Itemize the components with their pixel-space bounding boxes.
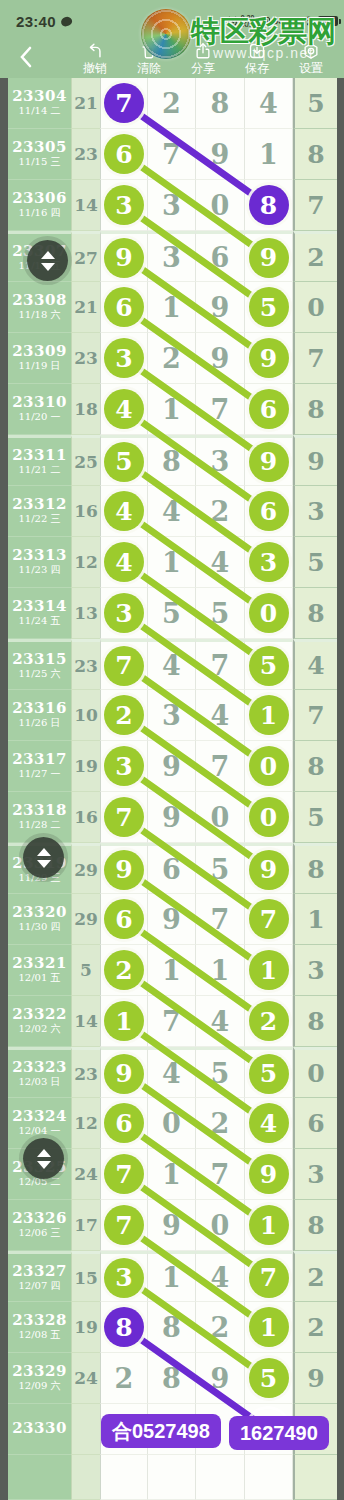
back-button[interactable] xyxy=(0,36,52,78)
share-button[interactable]: 分享 xyxy=(178,37,228,78)
issue-number: 23311 xyxy=(12,448,67,464)
digit-circle-green[interactable]: 5 xyxy=(249,646,289,686)
issue-number: 23321 xyxy=(12,956,67,972)
digit-cell[interactable]: 7 xyxy=(148,996,196,1047)
digit-cell[interactable]: 4 xyxy=(196,1251,245,1302)
digit-cell[interactable]: 6 xyxy=(245,384,293,435)
digit-cell[interactable]: 7 xyxy=(245,894,293,945)
draw-date: 11/26 日 xyxy=(19,718,61,729)
digit-cell[interactable]: 4 xyxy=(245,78,293,129)
digit-cell[interactable]: 4 xyxy=(196,537,245,588)
digit-cell[interactable]: 4 xyxy=(148,486,196,537)
digit-circle-green[interactable]: 5 xyxy=(104,442,144,482)
trash-icon xyxy=(140,42,158,60)
digit-cell[interactable]: 3 xyxy=(100,333,148,384)
draw-date: 11/23 四 xyxy=(19,565,61,576)
digit-cell[interactable]: 3 xyxy=(196,435,245,486)
digit-circle-green[interactable]: 9 xyxy=(104,850,144,890)
digit-circle-green[interactable]: 9 xyxy=(249,338,289,378)
digit-cell[interactable]: 9 xyxy=(148,741,196,792)
digit-circle-green[interactable]: 9 xyxy=(249,442,289,482)
digit-circle-green[interactable]: 1 xyxy=(249,1307,289,1347)
chart-row: 2331311/23 四1241435 xyxy=(8,537,337,588)
digit-cell[interactable]: 4 xyxy=(148,639,196,690)
sum-cell: 13 xyxy=(71,588,100,639)
sum-cell: 29 xyxy=(71,843,100,894)
draw-date: 12/09 六 xyxy=(19,1381,61,1392)
digit-cell[interactable]: 1 xyxy=(148,384,196,435)
digit-cell[interactable]: 9 xyxy=(196,1353,245,1404)
digit-cell[interactable]: 0 xyxy=(148,1098,196,1149)
issue-cell: 2332011/30 四 xyxy=(8,894,71,945)
digit-cell[interactable]: 1 xyxy=(196,945,245,996)
digit-cell[interactable]: 3 xyxy=(148,180,196,231)
digit-cell[interactable]: 1 xyxy=(245,690,293,741)
digit-cell[interactable]: 1 xyxy=(148,1149,196,1200)
digit-cell[interactable]: 9 xyxy=(245,843,293,894)
issue-cell: 2332312/03 日 xyxy=(8,1047,71,1098)
issue-number: 23323 xyxy=(12,1060,67,1076)
digit-cell[interactable]: 1 xyxy=(148,1251,196,1302)
scroll-up-icon xyxy=(41,251,55,259)
digit-circle-green[interactable]: 0 xyxy=(249,593,289,633)
issue-number: 23324 xyxy=(12,1109,67,1125)
issue-number: 23318 xyxy=(12,803,67,819)
issue-number: 23314 xyxy=(12,599,67,615)
chart-row: 2331111/21 二2558399 xyxy=(8,435,337,486)
digit-cell[interactable]: 0 xyxy=(245,741,293,792)
digit-cell[interactable]: 7 xyxy=(196,1149,245,1200)
extra-digit-cell: 2 xyxy=(293,231,337,282)
issue-cell: 2331211/22 三 xyxy=(8,486,71,537)
digit-cell[interactable]: 5 xyxy=(245,1047,293,1098)
digit-cell[interactable]: 4 xyxy=(196,690,245,741)
net-speed: 0.20 K/s xyxy=(241,14,255,29)
digit-cell[interactable]: 2 xyxy=(100,1353,148,1404)
digit-cell[interactable]: 2 xyxy=(148,78,196,129)
digit-cell[interactable]: 3 xyxy=(148,690,196,741)
digit-cell[interactable]: 1 xyxy=(245,1302,293,1353)
chart-row: 2332312/03 日2394550 xyxy=(8,1047,337,1098)
extra-digit-cell: 7 xyxy=(293,180,337,231)
digit-cell[interactable]: 0 xyxy=(196,1200,245,1251)
extra-digit-cell: 2 xyxy=(293,1302,337,1353)
chart-grid: 2330411/14 二21728452330511/15 三236791823… xyxy=(8,78,337,1500)
issue-cell: 2332212/02 六 xyxy=(8,996,71,1047)
digit-circle-green[interactable]: 4 xyxy=(104,491,144,531)
digit-circle-green[interactable]: 7 xyxy=(104,1205,144,1245)
issue-cell: 2332112/01 五 xyxy=(8,945,71,996)
extra-digit-cell: 6 xyxy=(293,1098,337,1149)
sum-cell: 16 xyxy=(71,792,100,843)
digit-circle-green[interactable]: 3 xyxy=(104,185,144,225)
digit-circle-green[interactable]: 7 xyxy=(249,1258,289,1298)
digit-cell[interactable]: 6 xyxy=(148,843,196,894)
chart-row: 2330811/18 六2161950 xyxy=(8,282,337,333)
digit-cell[interactable]: 9 xyxy=(100,231,148,282)
sum-cell: 24 xyxy=(71,1149,100,1200)
digit-circle-green[interactable]: 7 xyxy=(104,797,144,837)
digit-circle-green[interactable]: 3 xyxy=(249,542,289,582)
digit-cell[interactable]: 9 xyxy=(148,1200,196,1251)
chart-row: 2331611/26 日1023417 xyxy=(8,690,337,741)
digit-cell[interactable]: 8 xyxy=(148,435,196,486)
extra-digit-cell: 4 xyxy=(293,639,337,690)
draw-date: 12/08 五 xyxy=(19,1330,61,1341)
digit-cell[interactable]: 3 xyxy=(100,180,148,231)
issue-number: 23327 xyxy=(12,1264,67,1280)
chart-row: 2332812/08 五1988212 xyxy=(8,1302,337,1353)
digit-circle-green[interactable]: 5 xyxy=(249,1054,289,1094)
wifi-icon xyxy=(302,16,315,26)
scroll-down-icon xyxy=(37,860,51,868)
undo-label: 撤销 xyxy=(83,62,107,74)
digit-cell[interactable]: 7 xyxy=(148,129,196,180)
digit-cell[interactable]: 9 xyxy=(245,435,293,486)
digit-cell[interactable]: 5 xyxy=(196,843,245,894)
digit-cell[interactable]: 8 xyxy=(196,78,245,129)
digit-cell[interactable]: 9 xyxy=(148,894,196,945)
save-button[interactable]: 保存 xyxy=(232,37,282,78)
digit-cell[interactable]: 1 xyxy=(100,996,148,1047)
extra-digit-cell: 2 xyxy=(293,1251,337,1302)
draw-date: 11/14 二 xyxy=(19,106,61,117)
issue-number: 23305 xyxy=(12,140,67,156)
issue-cell: 2332812/08 五 xyxy=(8,1302,71,1353)
digit-circle-green[interactable]: 6 xyxy=(249,389,289,429)
digit-cell[interactable]: 2 xyxy=(245,996,293,1047)
issue-cell: 2331111/21 二 xyxy=(8,435,71,486)
digit-cell[interactable]: 6 xyxy=(100,282,148,333)
issue-number: 23309 xyxy=(12,344,67,360)
digit-cell[interactable]: 9 xyxy=(196,129,245,180)
digit-circle-green[interactable]: 2 xyxy=(104,950,144,990)
sum-cell: 15 xyxy=(71,1251,100,1302)
digit-cell[interactable]: 0 xyxy=(196,792,245,843)
sum-cell: 27 xyxy=(71,231,100,282)
settings-label: 设置 xyxy=(299,62,323,74)
scroll-up-down-button[interactable] xyxy=(23,837,64,878)
scroll-up-down-button[interactable] xyxy=(27,240,68,281)
digit-cell[interactable]: 5 xyxy=(196,588,245,639)
issue-cell: 2332712/07 四 xyxy=(8,1251,71,1302)
digit-cell[interactable]: 3 xyxy=(245,537,293,588)
issue-cell: 2331311/23 四 xyxy=(8,537,71,588)
digit-cell[interactable]: 2 xyxy=(100,945,148,996)
digit-cell[interactable]: 2 xyxy=(196,1302,245,1353)
issue-number: 23326 xyxy=(12,1211,67,1227)
extra-digit-cell: 9 xyxy=(293,435,337,486)
draw-date: 12/04 一 xyxy=(19,1126,61,1137)
digit-cell[interactable] xyxy=(196,1455,245,1500)
issue-number: 23329 xyxy=(12,1364,67,1380)
draw-date: 11/22 三 xyxy=(19,514,61,525)
draw-date: 11/20 一 xyxy=(19,412,61,423)
draw-date: 12/03 日 xyxy=(19,1077,61,1088)
extra-digit-cell: 8 xyxy=(293,384,337,435)
extra-digit-cell: 8 xyxy=(293,588,337,639)
chart-row: 2331011/20 一1841768 xyxy=(8,384,337,435)
digit-cell[interactable]: 9 xyxy=(245,333,293,384)
sum-cell: 12 xyxy=(71,537,100,588)
digit-circle-green[interactable]: 7 xyxy=(104,646,144,686)
draw-date: 11/25 六 xyxy=(19,669,61,680)
digit-circle-green[interactable]: 6 xyxy=(249,491,289,531)
sum-cell: 18 xyxy=(71,384,100,435)
silent-mode-icon xyxy=(60,15,73,27)
digit-circle-green[interactable]: 7 xyxy=(104,1154,144,1194)
extra-digit-cell: 3 xyxy=(293,945,337,996)
digit-cell[interactable]: 6 xyxy=(100,1098,148,1149)
digit-circle-purple[interactable]: 8 xyxy=(104,1307,144,1347)
chart-row: 2330411/14 二2172845 xyxy=(8,78,337,129)
issue-cell: 2331811/28 二 xyxy=(8,792,71,843)
extra-digit-cell: 8 xyxy=(293,129,337,180)
extra-digit-cell: 7 xyxy=(293,333,337,384)
extra-digit-cell: 0 xyxy=(293,1047,337,1098)
issue-number: 23317 xyxy=(12,752,67,768)
digit-cell[interactable]: 0 xyxy=(196,180,245,231)
digit-cell[interactable]: 4 xyxy=(100,537,148,588)
digit-cell[interactable]: 7 xyxy=(196,639,245,690)
chart-row: 2330511/15 三2367918 xyxy=(8,129,337,180)
digit-circle-green[interactable]: 6 xyxy=(104,287,144,327)
digit-cell[interactable]: 9 xyxy=(245,231,293,282)
scroll-up-down-button[interactable] xyxy=(23,1138,64,1179)
digit-cell[interactable]: 9 xyxy=(148,792,196,843)
digit-circle-green[interactable]: 1 xyxy=(104,1001,144,1041)
draw-date: 11/27 一 xyxy=(19,769,61,780)
digit-cell[interactable]: 1 xyxy=(148,537,196,588)
digit-cell[interactable]: 8 xyxy=(148,1302,196,1353)
digit-cell[interactable]: 6 xyxy=(100,129,148,180)
digit-cell[interactable]: 6 xyxy=(245,486,293,537)
status-left: 23:40 xyxy=(16,13,72,30)
digit-cell[interactable]: 9 xyxy=(245,1149,293,1200)
sum-cell: 19 xyxy=(71,741,100,792)
digit-circle-purple[interactable]: 7 xyxy=(104,83,144,123)
extra-digit-cell: 5 xyxy=(293,78,337,129)
digit-cell[interactable]: 3 xyxy=(100,741,148,792)
extra-digit-cell: 9 xyxy=(293,1353,337,1404)
extra-digit-cell: 7 xyxy=(293,690,337,741)
issue-number: 23312 xyxy=(12,497,67,513)
issue-number: 23328 xyxy=(12,1313,67,1329)
extra-digit-cell: 5 xyxy=(293,792,337,843)
digit-cell[interactable]: 9 xyxy=(196,333,245,384)
undo-button[interactable]: 撤销 xyxy=(70,37,120,78)
sum-cell: 10 xyxy=(71,690,100,741)
scroll-up-icon xyxy=(37,848,51,856)
digit-circle-green[interactable]: 0 xyxy=(249,746,289,786)
issue-number: 23330 xyxy=(12,1421,67,1437)
sum-cell: 19 xyxy=(71,1302,100,1353)
digit-circle-green[interactable]: 9 xyxy=(249,850,289,890)
digit-cell[interactable]: 5 xyxy=(245,639,293,690)
trend-chart: 2330411/14 二21728452330511/15 三236791823… xyxy=(0,78,344,1500)
annotation-tag-left[interactable]: 合0527498 xyxy=(101,1414,221,1448)
issue-cell: 23330 xyxy=(8,1404,71,1455)
issue-cell: 2330611/16 四 xyxy=(8,180,71,231)
digit-circle-green[interactable]: 2 xyxy=(249,1001,289,1041)
status-right: 0.20 K/s HD 5G xyxy=(227,14,338,29)
digit-cell[interactable]: 3 xyxy=(148,231,196,282)
digit-cell[interactable]: 8 xyxy=(148,1353,196,1404)
extra-digit-cell: 0 xyxy=(293,282,337,333)
digit-circle-green[interactable]: 4 xyxy=(104,542,144,582)
chart-row: 2332612/06 三1779018 xyxy=(8,1200,337,1251)
digit-cell[interactable]: 9 xyxy=(196,282,245,333)
extra-digit-cell: 3 xyxy=(293,1149,337,1200)
extra-digit-cell: 3 xyxy=(293,486,337,537)
digit-circle-green[interactable]: 9 xyxy=(249,238,289,278)
digit-cell[interactable]: 7 xyxy=(100,1149,148,1200)
digit-circle-green[interactable]: 6 xyxy=(104,134,144,174)
chart-row: 2332212/02 六1417428 xyxy=(8,996,337,1047)
digit-cell[interactable]: 7 xyxy=(100,1200,148,1251)
chart-row: 2332112/01 五521113 xyxy=(8,945,337,996)
scroll-down-icon xyxy=(41,263,55,271)
digit-circle-green[interactable]: 9 xyxy=(249,1154,289,1194)
digit-cell[interactable]: 2 xyxy=(196,486,245,537)
issue-cell xyxy=(8,1455,71,1500)
draw-date: 12/07 四 xyxy=(19,1281,61,1292)
digit-cell[interactable]: 0 xyxy=(245,588,293,639)
chart-row: 2330611/16 四1433087 xyxy=(8,180,337,231)
digit-cell[interactable]: 1 xyxy=(148,282,196,333)
clear-button[interactable]: 清除 xyxy=(124,37,174,78)
draw-date: 11/19 日 xyxy=(19,361,61,372)
issue-cell: 2331511/25 六 xyxy=(8,639,71,690)
draw-date: 11/18 六 xyxy=(19,310,61,321)
digit-circle-green[interactable]: 1 xyxy=(249,950,289,990)
digit-circle-green[interactable]: 2 xyxy=(104,695,144,735)
issue-number: 23315 xyxy=(12,652,67,668)
digit-cell[interactable]: 8 xyxy=(100,1302,148,1353)
issue-cell: 2332912/09 六 xyxy=(8,1353,71,1404)
digit-circle-green[interactable]: 9 xyxy=(104,238,144,278)
digit-cell[interactable]: 7 xyxy=(100,78,148,129)
sum-cell: 14 xyxy=(71,180,100,231)
digit-cell[interactable]: 1 xyxy=(148,945,196,996)
digit-cell[interactable]: 2 xyxy=(100,690,148,741)
digit-cell[interactable]: 2 xyxy=(148,333,196,384)
signal-icon xyxy=(288,17,299,26)
digit-circle-green[interactable]: 4 xyxy=(104,389,144,429)
draw-date: 11/15 三 xyxy=(19,157,61,168)
digit-cell[interactable]: 9 xyxy=(100,843,148,894)
settings-button[interactable]: 设置 xyxy=(286,37,336,78)
digit-circle-green[interactable]: 3 xyxy=(104,746,144,786)
digit-cell[interactable]: 7 xyxy=(196,384,245,435)
digit-circle-green[interactable]: 6 xyxy=(104,899,144,939)
sum-cell xyxy=(71,1404,100,1455)
digit-cell[interactable]: 4 xyxy=(245,1098,293,1149)
digit-cell[interactable]: 5 xyxy=(245,1353,293,1404)
digit-cell[interactable]: 6 xyxy=(196,231,245,282)
volte-icon: HD xyxy=(257,17,270,26)
status-time: 23:40 xyxy=(16,13,56,30)
digit-circle-green[interactable]: 6 xyxy=(104,1103,144,1143)
digit-cell[interactable]: 4 xyxy=(100,486,148,537)
digit-cell[interactable]: 8 xyxy=(245,180,293,231)
issue-number: 23304 xyxy=(12,89,67,105)
digit-cell[interactable]: 5 xyxy=(148,588,196,639)
digit-circle-green[interactable]: 3 xyxy=(104,593,144,633)
sum-cell: 23 xyxy=(71,639,100,690)
digit-cell[interactable]: 7 xyxy=(196,894,245,945)
annotation-tag-right[interactable]: 1627490 xyxy=(229,1416,329,1450)
digit-cell[interactable]: 0 xyxy=(245,792,293,843)
issue-number: 23320 xyxy=(12,905,67,921)
digit-circle-green[interactable]: 7 xyxy=(249,899,289,939)
sum-cell: 5 xyxy=(71,945,100,996)
digit-circle-green[interactable]: 1 xyxy=(249,1205,289,1245)
save-label: 保存 xyxy=(245,62,269,74)
digit-cell[interactable]: 3 xyxy=(100,588,148,639)
digit-cell[interactable]: 4 xyxy=(100,384,148,435)
digit-circle-purple[interactable]: 8 xyxy=(249,185,289,225)
status-bar: 23:40 0.20 K/s HD 5G xyxy=(0,0,344,36)
digit-circle-green[interactable]: 3 xyxy=(104,1258,144,1298)
digit-cell[interactable]: 5 xyxy=(245,282,293,333)
digit-circle-green[interactable]: 3 xyxy=(104,338,144,378)
digit-cell[interactable]: 5 xyxy=(196,1047,245,1098)
issue-number: 23313 xyxy=(12,548,67,564)
draw-date: 12/02 六 xyxy=(19,1024,61,1035)
sum-cell xyxy=(71,1455,100,1500)
digit-cell[interactable]: 5 xyxy=(100,435,148,486)
issue-number: 23308 xyxy=(12,293,67,309)
chart-row: 2331511/25 六2374754 xyxy=(8,639,337,690)
issue-cell: 2332612/06 三 xyxy=(8,1200,71,1251)
digit-cell[interactable]: 1 xyxy=(245,1200,293,1251)
digit-cell[interactable]: 7 xyxy=(100,639,148,690)
draw-date: 11/21 二 xyxy=(19,465,61,476)
digit-cell[interactable] xyxy=(100,1455,148,1500)
digit-cell[interactable]: 7 xyxy=(100,792,148,843)
digit-cell[interactable]: 4 xyxy=(148,1047,196,1098)
scroll-down-icon xyxy=(37,1161,51,1169)
issue-cell: 2330511/15 三 xyxy=(8,129,71,180)
digit-cell[interactable]: 4 xyxy=(196,996,245,1047)
digit-cell[interactable] xyxy=(245,1455,293,1500)
digit-circle-green[interactable]: 0 xyxy=(249,797,289,837)
digit-circle-green[interactable]: 9 xyxy=(104,1054,144,1094)
digit-cell[interactable]: 1 xyxy=(245,129,293,180)
issue-cell: 2330411/14 二 xyxy=(8,78,71,129)
sum-cell: 29 xyxy=(71,894,100,945)
digit-cell[interactable]: 6 xyxy=(100,894,148,945)
digit-cell[interactable]: 2 xyxy=(196,1098,245,1149)
share-label: 分享 xyxy=(191,62,215,74)
digit-cell[interactable]: 3 xyxy=(100,1251,148,1302)
undo-icon xyxy=(86,42,104,60)
digit-cell[interactable]: 7 xyxy=(245,1251,293,1302)
digit-cell[interactable] xyxy=(148,1455,196,1500)
digit-circle-green[interactable]: 4 xyxy=(249,1103,289,1143)
draw-date: 11/24 五 xyxy=(19,616,61,627)
digit-circle-green[interactable]: 5 xyxy=(249,287,289,327)
digit-cell[interactable]: 1 xyxy=(245,945,293,996)
toolbar: 撤销 清除 分享 保存 xyxy=(0,36,344,78)
digit-circle-green[interactable]: 1 xyxy=(249,695,289,735)
issue-number: 23322 xyxy=(12,1007,67,1023)
extra-digit-cell xyxy=(293,1455,337,1500)
digit-cell[interactable]: 9 xyxy=(100,1047,148,1098)
digit-circle-green[interactable]: 5 xyxy=(249,1358,289,1398)
digit-cell[interactable]: 7 xyxy=(196,741,245,792)
